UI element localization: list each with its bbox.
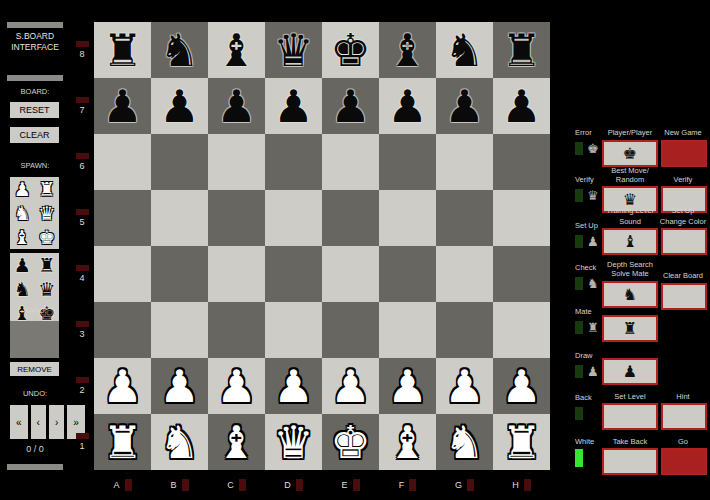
hand-section-label: HAND: [7, 307, 63, 315]
square-d5[interactable] [265, 190, 322, 246]
file-label-h: H [493, 476, 550, 494]
set-level-button[interactable] [602, 403, 658, 430]
square-f4[interactable] [379, 246, 436, 302]
square-e1[interactable]: ♚ [322, 414, 379, 470]
square-e4[interactable] [322, 246, 379, 302]
square-f7[interactable]: ♟ [379, 78, 436, 134]
chess-board[interactable]: ♜♞♝♛♚♝♞♜♟♟♟♟♟♟♟♟♟♟♟♟♟♟♟♟♜♞♝♛♚♝♞♜ [94, 22, 550, 470]
rank-led-5 [76, 209, 89, 215]
black-queen: ♛ [38, 280, 55, 299]
square-g2[interactable]: ♟ [436, 358, 493, 414]
verify-button-label: Verify [656, 176, 710, 184]
white-pawn: ♟ [216, 364, 256, 409]
error-led [575, 142, 583, 155]
sidebar-bottom-divider [7, 464, 63, 470]
depth-search-label-line2: Solve Mate [600, 270, 660, 278]
square-a1[interactable]: ♜ [94, 414, 151, 470]
sound-label: Sound [600, 218, 660, 226]
go-button[interactable] [661, 448, 707, 475]
best-move-label-line2: Random [600, 176, 660, 184]
rank-led-7 [76, 97, 89, 103]
error-king-icon: ♚ [587, 142, 599, 155]
rank-number: 4 [79, 274, 84, 283]
square-d4[interactable] [265, 246, 322, 302]
square-b7[interactable]: ♟ [151, 78, 208, 134]
take-back-button[interactable] [602, 448, 658, 475]
rank-led-2 [76, 377, 89, 383]
square-a3[interactable] [94, 302, 151, 358]
king-button[interactable]: ♚ [602, 140, 658, 167]
rank-led-8 [76, 41, 89, 47]
white-pawn: ♟ [14, 180, 31, 199]
player-player-label: Player/Player [600, 129, 660, 137]
black-pawn: ♟ [501, 84, 541, 129]
black-knight-icon: ♞ [623, 287, 637, 303]
square-d8[interactable]: ♛ [265, 22, 322, 78]
square-g5[interactable] [436, 190, 493, 246]
file-led-h [524, 479, 531, 491]
error-label: Error [575, 129, 592, 137]
file-label-a: A [94, 476, 151, 494]
draw-label: Draw [575, 352, 593, 360]
white-pawn: ♟ [501, 364, 541, 409]
check-led-row: ♞ [575, 276, 599, 290]
black-bishop: ♝ [216, 28, 256, 73]
square-a6[interactable] [94, 134, 151, 190]
back-label: Back [575, 394, 592, 402]
file-label-f: F [379, 476, 436, 494]
change-color-button[interactable] [661, 228, 707, 255]
square-b3[interactable] [151, 302, 208, 358]
white-pawn: ♟ [330, 364, 370, 409]
square-d6[interactable] [265, 134, 322, 190]
square-a4[interactable] [94, 246, 151, 302]
depth-search-label-line1: Depth Search [600, 261, 660, 269]
square-e7[interactable]: ♟ [322, 78, 379, 134]
file-letter: F [399, 480, 405, 490]
file-letter: C [227, 480, 234, 490]
square-c5[interactable] [208, 190, 265, 246]
white-king: ♚ [330, 420, 370, 465]
file-label-e: E [322, 476, 379, 494]
file-label-b: B [151, 476, 208, 494]
square-h6[interactable] [493, 134, 550, 190]
rank-label-5: 5 [72, 190, 92, 246]
square-a8[interactable]: ♜ [94, 22, 151, 78]
setup-pawn-icon: ♟ [587, 235, 599, 248]
check-label: Check [575, 264, 596, 272]
square-h8[interactable]: ♜ [493, 22, 550, 78]
square-f5[interactable] [379, 190, 436, 246]
rank-label-2: 2 [72, 358, 92, 414]
white-queen: ♛ [273, 420, 313, 465]
rank-label-4: 4 [72, 246, 92, 302]
check-led [575, 277, 583, 290]
remove-button[interactable]: REMOVE [10, 362, 59, 376]
sidebar-divider [7, 75, 63, 81]
set-level-label: Set Level [600, 393, 660, 401]
square-a5[interactable] [94, 190, 151, 246]
black-queen: ♛ [273, 28, 313, 73]
square-g7[interactable]: ♟ [436, 78, 493, 134]
square-c6[interactable] [208, 134, 265, 190]
white-rook: ♜ [38, 180, 55, 199]
square-h4[interactable] [493, 246, 550, 302]
app-title: S.BOARDINTERFACE [4, 31, 66, 53]
file-led-g [467, 479, 474, 491]
white-pawn: ♟ [444, 364, 484, 409]
spawn-palette-white[interactable]: ♟♜♞♛♝♚ [10, 177, 59, 249]
draw-pawn-icon: ♟ [587, 365, 599, 378]
verify-led-label: Verify [575, 176, 594, 184]
square-b2[interactable]: ♟ [151, 358, 208, 414]
take-back-label: Take Back [600, 438, 660, 446]
white-led-row [575, 449, 583, 467]
rank-number: 1 [79, 442, 84, 451]
white-bishop: ♝ [387, 420, 427, 465]
knight-button[interactable]: ♞ [602, 281, 658, 308]
square-a7[interactable]: ♟ [94, 78, 151, 134]
verify-queen-icon: ♛ [587, 189, 599, 202]
error-led-row: ♚ [575, 141, 599, 155]
white-label: White [575, 438, 594, 446]
black-rook: ♜ [102, 28, 142, 73]
square-h3[interactable] [493, 302, 550, 358]
rank-number: 3 [79, 330, 84, 339]
rank-led-3 [76, 321, 89, 327]
file-letter: B [170, 480, 176, 490]
white-turn-led [575, 449, 583, 467]
best-move-label-line1: Best Move/ [600, 167, 660, 175]
white-pawn: ♟ [273, 364, 313, 409]
clear-board-button[interactable] [661, 283, 707, 310]
board-section-label: BOARD: [7, 88, 63, 96]
file-led-f [409, 479, 416, 491]
square-e2[interactable]: ♟ [322, 358, 379, 414]
white-knight: ♞ [14, 204, 31, 223]
black-bishop-icon: ♝ [623, 234, 637, 250]
black-pawn: ♟ [330, 84, 370, 129]
draw-led-row: ♟ [575, 364, 599, 378]
square-e3[interactable] [322, 302, 379, 358]
file-letter: G [455, 480, 462, 490]
square-b1[interactable]: ♞ [151, 414, 208, 470]
undo-forward-button[interactable]: › [49, 405, 64, 439]
square-c8[interactable]: ♝ [208, 22, 265, 78]
hint-label: Hint [656, 393, 710, 401]
square-c7[interactable]: ♟ [208, 78, 265, 134]
back-led-row [575, 406, 583, 420]
mate-led [575, 321, 583, 334]
file-letter: A [113, 480, 119, 490]
rank-led-4 [76, 265, 89, 271]
file-led-c [239, 479, 246, 491]
file-letter: H [512, 480, 519, 490]
undo-controls: «‹›» [10, 405, 59, 439]
square-c1[interactable]: ♝ [208, 414, 265, 470]
rank-label-8: 8 [72, 22, 92, 78]
square-b4[interactable] [151, 246, 208, 302]
white-knight: ♞ [159, 420, 199, 465]
black-rook: ♜ [501, 28, 541, 73]
undo-counter: 0 / 0 [7, 445, 63, 453]
white-bishop: ♝ [14, 228, 31, 247]
square-g3[interactable] [436, 302, 493, 358]
black-knight: ♞ [14, 280, 31, 299]
black-pawn: ♟ [159, 84, 199, 129]
undo-back-button[interactable]: ‹ [31, 405, 46, 439]
square-e8[interactable]: ♚ [322, 22, 379, 78]
square-b5[interactable] [151, 190, 208, 246]
file-label-c: C [208, 476, 265, 494]
clear-button[interactable]: CLEAR [10, 127, 59, 143]
rank-label-3: 3 [72, 302, 92, 358]
white-king: ♚ [38, 228, 55, 247]
square-e5[interactable] [322, 190, 379, 246]
square-f1[interactable]: ♝ [379, 414, 436, 470]
file-label-d: D [265, 476, 322, 494]
black-pawn: ♟ [102, 84, 142, 129]
rank-label-6: 6 [72, 134, 92, 190]
file-led-d [296, 479, 303, 491]
square-d2[interactable]: ♟ [265, 358, 322, 414]
square-h5[interactable] [493, 190, 550, 246]
white-knight: ♞ [444, 420, 484, 465]
square-d7[interactable]: ♟ [265, 78, 322, 134]
white-queen: ♛ [38, 204, 55, 223]
file-led-e [353, 479, 360, 491]
clear-board-label: Clear Board [656, 272, 710, 280]
setup-sub-label: Set Up [656, 207, 710, 215]
square-f8[interactable]: ♝ [379, 22, 436, 78]
pawn-button[interactable]: ♟ [602, 358, 658, 385]
square-f6[interactable] [379, 134, 436, 190]
undo-section-label: UNDO: [7, 390, 63, 398]
black-king-icon: ♚ [623, 146, 637, 162]
change-color-label: Change Color [656, 218, 710, 226]
square-g8[interactable]: ♞ [436, 22, 493, 78]
black-pawn: ♟ [216, 84, 256, 129]
training-level-label: Training Level [600, 207, 660, 215]
rank-number: 2 [79, 386, 84, 395]
mate-led-row: ♜ [575, 320, 599, 334]
file-letter: E [341, 480, 347, 490]
setup-led [575, 235, 583, 248]
black-king: ♚ [330, 28, 370, 73]
square-g4[interactable] [436, 246, 493, 302]
white-pawn: ♟ [102, 364, 142, 409]
go-label: Go [656, 438, 710, 446]
square-d1[interactable]: ♛ [265, 414, 322, 470]
white-rook: ♜ [501, 420, 541, 465]
white-bishop: ♝ [216, 420, 256, 465]
black-rook: ♜ [38, 256, 55, 275]
setup-led-label: Set Up [575, 222, 598, 230]
rank-number: 8 [79, 50, 84, 59]
square-d3[interactable] [265, 302, 322, 358]
square-f2[interactable]: ♟ [379, 358, 436, 414]
black-pawn: ♟ [273, 84, 313, 129]
square-f3[interactable] [379, 302, 436, 358]
white-rook: ♜ [102, 420, 142, 465]
file-led-b [182, 479, 189, 491]
file-letter: D [284, 480, 291, 490]
undo-first-button[interactable]: « [10, 405, 28, 439]
new-game-button[interactable] [661, 140, 707, 167]
hint-button[interactable] [661, 403, 707, 430]
rank-led-6 [76, 153, 89, 159]
spawn-section-label: SPAWN: [7, 162, 63, 170]
square-c3[interactable] [208, 302, 265, 358]
black-rook-icon: ♜ [623, 321, 637, 337]
mate-rook-icon: ♜ [587, 321, 599, 334]
file-led-a [125, 479, 132, 491]
square-a2[interactable]: ♟ [94, 358, 151, 414]
black-pawn-icon: ♟ [623, 364, 637, 380]
square-b8[interactable]: ♞ [151, 22, 208, 78]
mate-label: Mate [575, 308, 592, 316]
black-knight: ♞ [159, 28, 199, 73]
square-e6[interactable] [322, 134, 379, 190]
black-pawn: ♟ [387, 84, 427, 129]
rank-labels: 87654321 [72, 22, 92, 470]
square-c2[interactable]: ♟ [208, 358, 265, 414]
square-g6[interactable] [436, 134, 493, 190]
chess-computer-ui: { "game": "chess", "position": "rnbqkbnr… [0, 0, 710, 500]
verify-led [575, 189, 583, 202]
rank-number: 5 [79, 218, 84, 227]
reset-button[interactable]: RESET [10, 102, 59, 118]
black-pawn: ♟ [444, 84, 484, 129]
rank-led-1 [76, 433, 89, 439]
white-pawn: ♟ [387, 364, 427, 409]
check-knight-icon: ♞ [587, 277, 599, 290]
square-h1[interactable]: ♜ [493, 414, 550, 470]
rank-label-1: 1 [72, 414, 92, 470]
rank-label-7: 7 [72, 78, 92, 134]
black-pawn: ♟ [14, 256, 31, 275]
file-label-g: G [436, 476, 493, 494]
black-bishop: ♝ [387, 28, 427, 73]
back-led [575, 407, 583, 420]
rook-button[interactable]: ♜ [602, 315, 658, 342]
file-labels: ABCDEFGH [94, 476, 550, 494]
sidebar-top-divider [7, 22, 63, 28]
new-game-label: New Game [656, 129, 710, 137]
black-knight: ♞ [444, 28, 484, 73]
square-h2[interactable]: ♟ [493, 358, 550, 414]
square-b6[interactable] [151, 134, 208, 190]
rank-number: 7 [79, 106, 84, 115]
hand-slot[interactable] [10, 321, 59, 358]
bishop-button[interactable]: ♝ [602, 228, 658, 255]
square-h7[interactable]: ♟ [493, 78, 550, 134]
square-c4[interactable] [208, 246, 265, 302]
rank-number: 6 [79, 162, 84, 171]
setup-led-row: ♟ [575, 234, 599, 248]
square-g1[interactable]: ♞ [436, 414, 493, 470]
verify-led-row: ♛ [575, 188, 599, 202]
white-pawn: ♟ [159, 364, 199, 409]
draw-led [575, 365, 583, 378]
